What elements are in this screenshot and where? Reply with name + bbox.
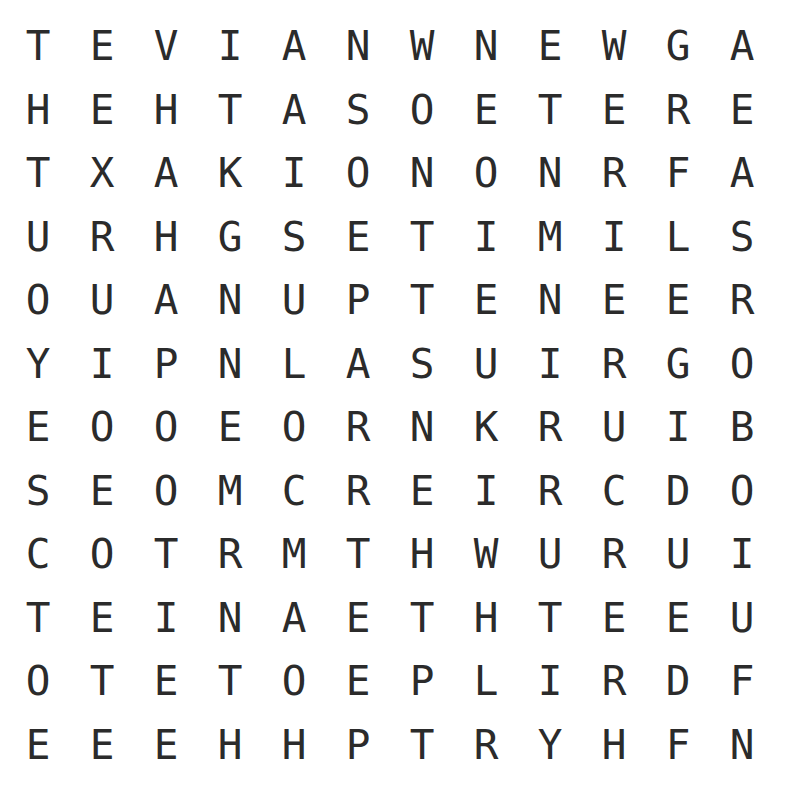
grid-cell[interactable]: I: [198, 15, 262, 79]
grid-cell[interactable]: R: [582, 142, 646, 206]
grid-cell[interactable]: X: [70, 142, 134, 206]
grid-cell[interactable]: N: [198, 333, 262, 397]
grid-cell[interactable]: E: [70, 587, 134, 651]
grid-cell[interactable]: O: [6, 269, 70, 333]
grid-cell[interactable]: W: [454, 523, 518, 587]
grid-cell[interactable]: T: [6, 587, 70, 651]
grid-cell[interactable]: I: [518, 333, 582, 397]
grid-cell[interactable]: G: [646, 15, 710, 79]
grid-cell[interactable]: O: [710, 333, 774, 397]
grid-cell[interactable]: T: [390, 714, 454, 778]
grid-cell[interactable]: E: [582, 79, 646, 143]
grid-cell[interactable]: H: [582, 714, 646, 778]
grid-cell[interactable]: P: [326, 714, 390, 778]
grid-cell[interactable]: E: [710, 79, 774, 143]
grid-cell[interactable]: R: [710, 269, 774, 333]
grid-cell[interactable]: D: [646, 460, 710, 524]
grid-cell[interactable]: E: [326, 206, 390, 270]
grid-cell[interactable]: H: [134, 79, 198, 143]
grid-cell[interactable]: F: [646, 142, 710, 206]
grid-cell[interactable]: N: [454, 15, 518, 79]
grid-cell[interactable]: U: [518, 523, 582, 587]
grid-cell[interactable]: T: [326, 523, 390, 587]
grid-cell[interactable]: G: [198, 206, 262, 270]
grid-cell[interactable]: E: [326, 587, 390, 651]
grid-cell[interactable]: H: [390, 523, 454, 587]
grid-cell[interactable]: T: [390, 206, 454, 270]
grid-cell[interactable]: R: [582, 333, 646, 397]
grid-cell[interactable]: V: [134, 15, 198, 79]
grid-cell[interactable]: P: [326, 269, 390, 333]
grid-cell[interactable]: M: [262, 523, 326, 587]
grid-cell[interactable]: U: [582, 396, 646, 460]
grid-cell[interactable]: W: [582, 15, 646, 79]
grid-cell[interactable]: D: [646, 650, 710, 714]
grid-cell[interactable]: G: [646, 333, 710, 397]
grid-cell[interactable]: E: [582, 269, 646, 333]
grid-cell[interactable]: R: [326, 396, 390, 460]
grid-cell[interactable]: A: [262, 79, 326, 143]
grid-cell[interactable]: O: [390, 79, 454, 143]
grid-cell[interactable]: Y: [6, 333, 70, 397]
grid-cell[interactable]: N: [198, 587, 262, 651]
grid-cell[interactable]: O: [134, 460, 198, 524]
grid-cell[interactable]: O: [70, 396, 134, 460]
grid-cell[interactable]: P: [134, 333, 198, 397]
grid-cell[interactable]: I: [582, 206, 646, 270]
grid-cell[interactable]: U: [646, 523, 710, 587]
grid-cell[interactable]: E: [134, 714, 198, 778]
grid-cell[interactable]: T: [198, 79, 262, 143]
grid-cell[interactable]: A: [134, 142, 198, 206]
grid-cell[interactable]: E: [6, 714, 70, 778]
grid-cell[interactable]: M: [198, 460, 262, 524]
grid-cell[interactable]: S: [262, 206, 326, 270]
word-search-page: TEVIANWNEWGAHEHTASOETERETXAKIONONRFAURHG…: [0, 0, 800, 789]
grid-cell[interactable]: E: [646, 587, 710, 651]
grid-cell[interactable]: L: [454, 650, 518, 714]
grid-cell[interactable]: N: [518, 142, 582, 206]
grid-cell[interactable]: O: [262, 396, 326, 460]
grid-cell[interactable]: R: [198, 523, 262, 587]
grid-cell[interactable]: E: [326, 650, 390, 714]
grid-cell[interactable]: S: [326, 79, 390, 143]
grid-cell[interactable]: H: [198, 714, 262, 778]
grid-cell[interactable]: F: [646, 714, 710, 778]
grid-cell[interactable]: N: [198, 269, 262, 333]
grid-cell[interactable]: E: [390, 460, 454, 524]
grid-cell[interactable]: E: [582, 587, 646, 651]
grid-cell[interactable]: M: [518, 206, 582, 270]
grid-cell[interactable]: U: [454, 333, 518, 397]
grid-cell[interactable]: H: [134, 206, 198, 270]
grid-cell[interactable]: N: [390, 396, 454, 460]
grid-cell[interactable]: R: [646, 79, 710, 143]
grid-cell[interactable]: I: [262, 142, 326, 206]
grid-cell[interactable]: I: [454, 460, 518, 524]
grid-cell[interactable]: A: [710, 15, 774, 79]
grid-cell[interactable]: R: [582, 650, 646, 714]
word-search-grid: TEVIANWNEWGAHEHTASOETERETXAKIONONRFAURHG…: [6, 15, 774, 777]
grid-cell[interactable]: O: [6, 650, 70, 714]
grid-cell[interactable]: E: [70, 460, 134, 524]
grid-cell[interactable]: I: [454, 206, 518, 270]
grid-cell[interactable]: R: [518, 396, 582, 460]
grid-cell[interactable]: T: [6, 15, 70, 79]
grid-cell[interactable]: H: [6, 79, 70, 143]
grid-cell[interactable]: E: [454, 269, 518, 333]
grid-cell[interactable]: O: [326, 142, 390, 206]
grid-cell[interactable]: B: [710, 396, 774, 460]
grid-cell[interactable]: U: [70, 269, 134, 333]
grid-cell[interactable]: I: [134, 587, 198, 651]
grid-cell[interactable]: W: [390, 15, 454, 79]
grid-cell[interactable]: R: [582, 523, 646, 587]
grid-cell[interactable]: S: [6, 460, 70, 524]
grid-cell[interactable]: E: [134, 650, 198, 714]
grid-cell[interactable]: S: [710, 206, 774, 270]
grid-cell[interactable]: A: [262, 15, 326, 79]
grid-cell[interactable]: N: [390, 142, 454, 206]
grid-cell[interactable]: E: [6, 396, 70, 460]
grid-cell[interactable]: C: [6, 523, 70, 587]
grid-cell[interactable]: E: [198, 396, 262, 460]
grid-cell[interactable]: T: [70, 650, 134, 714]
grid-cell[interactable]: U: [262, 269, 326, 333]
grid-cell[interactable]: F: [710, 650, 774, 714]
grid-cell[interactable]: I: [518, 650, 582, 714]
grid-cell[interactable]: I: [710, 523, 774, 587]
grid-cell[interactable]: A: [326, 333, 390, 397]
grid-cell[interactable]: O: [262, 650, 326, 714]
grid-cell[interactable]: T: [518, 79, 582, 143]
grid-cell[interactable]: E: [518, 15, 582, 79]
grid-cell[interactable]: N: [326, 15, 390, 79]
grid-cell[interactable]: U: [6, 206, 70, 270]
grid-cell[interactable]: E: [454, 79, 518, 143]
grid-cell[interactable]: E: [70, 15, 134, 79]
grid-cell[interactable]: T: [198, 650, 262, 714]
grid-cell[interactable]: O: [134, 396, 198, 460]
grid-cell[interactable]: K: [454, 396, 518, 460]
grid-cell[interactable]: H: [262, 714, 326, 778]
grid-cell[interactable]: C: [582, 460, 646, 524]
grid-cell[interactable]: P: [390, 650, 454, 714]
grid-cell[interactable]: E: [70, 714, 134, 778]
grid-cell[interactable]: T: [390, 269, 454, 333]
grid-cell[interactable]: A: [710, 142, 774, 206]
grid-cell[interactable]: E: [646, 269, 710, 333]
grid-cell[interactable]: O: [710, 460, 774, 524]
grid-cell[interactable]: A: [262, 587, 326, 651]
grid-cell[interactable]: T: [6, 142, 70, 206]
grid-cell[interactable]: R: [326, 460, 390, 524]
grid-cell[interactable]: O: [70, 523, 134, 587]
grid-cell[interactable]: R: [70, 206, 134, 270]
grid-cell[interactable]: S: [390, 333, 454, 397]
grid-cell[interactable]: K: [198, 142, 262, 206]
grid-cell[interactable]: L: [646, 206, 710, 270]
grid-cell[interactable]: N: [518, 269, 582, 333]
grid-cell[interactable]: O: [454, 142, 518, 206]
grid-cell[interactable]: R: [518, 460, 582, 524]
grid-cell[interactable]: I: [646, 396, 710, 460]
grid-cell[interactable]: N: [710, 714, 774, 778]
grid-cell[interactable]: T: [518, 587, 582, 651]
grid-cell[interactable]: T: [390, 587, 454, 651]
grid-cell[interactable]: H: [454, 587, 518, 651]
grid-cell[interactable]: R: [454, 714, 518, 778]
grid-cell[interactable]: Y: [518, 714, 582, 778]
grid-cell[interactable]: E: [70, 79, 134, 143]
grid-cell[interactable]: I: [70, 333, 134, 397]
grid-cell[interactable]: A: [134, 269, 198, 333]
grid-cell[interactable]: C: [262, 460, 326, 524]
grid-cell[interactable]: T: [134, 523, 198, 587]
grid-cell[interactable]: U: [710, 587, 774, 651]
grid-cell[interactable]: L: [262, 333, 326, 397]
